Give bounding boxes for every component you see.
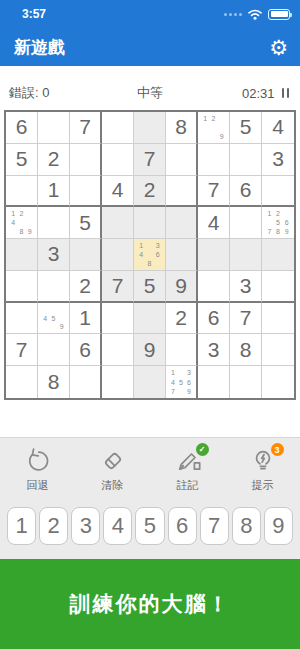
cell-r2c2[interactable]: 2 <box>38 144 70 176</box>
cell-r1c9[interactable]: 4 <box>262 112 294 144</box>
cell-r5c5[interactable]: 13468 <box>134 239 166 271</box>
pause-button[interactable] <box>280 86 292 100</box>
cell-value: 6 <box>240 178 252 202</box>
cell-r6c3[interactable]: 2 <box>70 271 102 303</box>
eraser-icon <box>99 447 127 475</box>
cell-r8c6[interactable] <box>166 334 198 366</box>
cell-value: 8 <box>175 115 187 139</box>
cell-r4c4[interactable] <box>102 207 134 239</box>
sudoku-board: 6781295452731427612489541256789313468275… <box>4 110 296 400</box>
cell-r2c9[interactable]: 3 <box>262 144 294 176</box>
cell-r5c6[interactable] <box>166 239 198 271</box>
cell-r9c6[interactable]: 1345679 <box>166 366 198 398</box>
cell-r3c8[interactable]: 6 <box>230 176 262 208</box>
cell-r3c7[interactable]: 7 <box>198 176 230 208</box>
cell-value: 9 <box>175 274 187 298</box>
cell-r1c2[interactable] <box>38 112 70 144</box>
game-info-bar: 錯誤: 0 中等 02:31 <box>0 66 300 110</box>
cell-value: 4 <box>112 178 124 202</box>
cell-r9c3[interactable] <box>70 366 102 398</box>
cellular-signal-icon <box>224 13 242 16</box>
cell-r7c8[interactable]: 7 <box>230 303 262 335</box>
cell-value: 6 <box>79 338 91 362</box>
cell-value: 8 <box>48 370 60 394</box>
difficulty-label: 中等 <box>103 84 197 102</box>
cell-r7c4[interactable] <box>102 303 134 335</box>
undo-button[interactable]: 回退 <box>0 447 75 493</box>
cell-r3c6[interactable] <box>166 176 198 208</box>
undo-icon <box>24 447 52 475</box>
cell-r1c8[interactable]: 5 <box>230 112 262 144</box>
page-title: 新遊戲 <box>14 36 65 59</box>
cell-value: 5 <box>79 211 91 235</box>
cell-r7c1[interactable] <box>6 303 38 335</box>
spacer <box>0 400 300 437</box>
cell-value: 4 <box>208 211 220 235</box>
cell-r4c7[interactable]: 4 <box>198 207 230 239</box>
clock: 3:57 <box>22 7 46 21</box>
cell-value: 4 <box>272 115 284 139</box>
cell-r8c7[interactable]: 3 <box>198 334 230 366</box>
cell-r5c8[interactable] <box>230 239 262 271</box>
cell-r9c7[interactable] <box>198 366 230 398</box>
cell-r4c8[interactable] <box>230 207 262 239</box>
erase-label: 清除 <box>102 478 124 493</box>
cell-r7c9[interactable] <box>262 303 294 335</box>
cell-r1c5[interactable] <box>134 112 166 144</box>
cell-r8c9[interactable] <box>262 334 294 366</box>
cell-r5c4[interactable] <box>102 239 134 271</box>
cell-r9c8[interactable] <box>230 366 262 398</box>
numpad-6[interactable]: 6 <box>168 507 197 545</box>
timer: 02:31 <box>242 86 275 101</box>
numpad-8[interactable]: 8 <box>232 507 261 545</box>
pencil-marks: 12489 <box>6 207 37 238</box>
cell-value: 5 <box>240 115 252 139</box>
cell-r2c6[interactable] <box>166 144 198 176</box>
hint-bulb-icon: 3 <box>249 447 277 475</box>
cell-r5c3[interactable] <box>70 239 102 271</box>
pencil-marks: 129 <box>198 112 229 143</box>
cell-r7c5[interactable] <box>134 303 166 335</box>
cell-r2c8[interactable] <box>230 144 262 176</box>
cell-r7c2[interactable]: 459 <box>38 303 70 335</box>
cell-r8c3[interactable]: 6 <box>70 334 102 366</box>
cell-r3c3[interactable] <box>70 176 102 208</box>
ad-banner[interactable]: 訓練你的大腦！ <box>0 559 300 649</box>
cell-value: 2 <box>48 147 60 171</box>
battery-icon <box>268 9 290 20</box>
cell-value: 3 <box>272 147 284 171</box>
cell-r1c6[interactable]: 8 <box>166 112 198 144</box>
cell-r2c7[interactable] <box>198 144 230 176</box>
cell-r3c4[interactable]: 4 <box>102 176 134 208</box>
pencil-marks: 459 <box>38 303 69 334</box>
cell-r2c1[interactable]: 5 <box>6 144 38 176</box>
cell-r4c6[interactable] <box>166 207 198 239</box>
cell-r4c1[interactable]: 12489 <box>6 207 38 239</box>
cell-value: 7 <box>144 147 156 171</box>
cell-r1c7[interactable]: 129 <box>198 112 230 144</box>
cell-r2c3[interactable] <box>70 144 102 176</box>
ad-banner-text: 訓練你的大腦！ <box>70 590 231 618</box>
cell-value: 7 <box>240 306 252 330</box>
cell-value: 1 <box>48 178 60 202</box>
cell-r6c5[interactable]: 5 <box>134 271 166 303</box>
mistakes-counter: 錯誤: 0 <box>9 84 103 102</box>
numpad-5[interactable]: 5 <box>135 507 164 545</box>
cell-r7c3[interactable]: 1 <box>70 303 102 335</box>
cell-value: 2 <box>79 274 91 298</box>
cell-value: 5 <box>144 274 156 298</box>
numpad-7[interactable]: 7 <box>200 507 229 545</box>
cell-r4c5[interactable] <box>134 207 166 239</box>
cell-r9c2[interactable]: 8 <box>38 366 70 398</box>
cell-value: 7 <box>16 338 28 362</box>
notes-button[interactable]: ✓ 註記 <box>150 447 225 493</box>
cell-value: 6 <box>208 306 220 330</box>
numpad-1[interactable]: 1 <box>7 507 36 545</box>
notes-on-badge: ✓ <box>196 443 209 456</box>
cell-r3c9[interactable] <box>262 176 294 208</box>
hint-label: 提示 <box>252 478 274 493</box>
cell-r5c2[interactable]: 3 <box>38 239 70 271</box>
cell-r6c1[interactable] <box>6 271 38 303</box>
cell-value: 2 <box>175 306 187 330</box>
cell-r6c8[interactable]: 3 <box>230 271 262 303</box>
title-bar: 新遊戲 ⚙ <box>0 28 300 66</box>
cell-value: 3 <box>240 274 252 298</box>
cell-r6c2[interactable] <box>38 271 70 303</box>
numpad-9[interactable]: 9 <box>264 507 293 545</box>
cell-r9c5[interactable] <box>134 366 166 398</box>
undo-label: 回退 <box>27 478 49 493</box>
cell-r6c6[interactable]: 9 <box>166 271 198 303</box>
cell-r8c2[interactable] <box>38 334 70 366</box>
cell-r5c7[interactable] <box>198 239 230 271</box>
cell-r6c4[interactable]: 7 <box>102 271 134 303</box>
cell-r1c3[interactable]: 7 <box>70 112 102 144</box>
cell-r1c1[interactable]: 6 <box>6 112 38 144</box>
pencil-marks: 13468 <box>134 239 165 270</box>
cell-r9c1[interactable] <box>6 366 38 398</box>
cell-r3c1[interactable] <box>6 176 38 208</box>
pencil-marks: 1256789 <box>262 207 294 238</box>
cell-value: 5 <box>16 147 28 171</box>
cell-r9c4[interactable] <box>102 366 134 398</box>
cell-r1c4[interactable] <box>102 112 134 144</box>
cell-r7c6[interactable]: 2 <box>166 303 198 335</box>
settings-gear-icon[interactable]: ⚙ <box>269 37 288 58</box>
cell-value: 2 <box>144 178 156 202</box>
cell-r4c9[interactable]: 1256789 <box>262 207 294 239</box>
cell-value: 6 <box>16 115 28 139</box>
notes-label: 註記 <box>177 478 199 493</box>
number-pad: 123456789 <box>0 493 300 545</box>
cell-r6c7[interactable] <box>198 271 230 303</box>
cell-r3c2[interactable]: 1 <box>38 176 70 208</box>
wifi-icon <box>247 8 263 20</box>
hint-button[interactable]: 3 提示 <box>225 447 300 493</box>
cell-r5c9[interactable] <box>262 239 294 271</box>
toolbar: 回退 清除 ✓ 註記 <box>0 437 300 559</box>
erase-button[interactable]: 清除 <box>75 447 150 493</box>
cell-value: 3 <box>48 242 60 266</box>
cell-r8c1[interactable]: 7 <box>6 334 38 366</box>
cell-value: 8 <box>240 338 252 362</box>
cell-r6c9[interactable] <box>262 271 294 303</box>
notes-pencil-icon: ✓ <box>174 447 202 475</box>
hint-count-badge: 3 <box>271 443 284 456</box>
cell-r3c5[interactable]: 2 <box>134 176 166 208</box>
cell-r7c7[interactable]: 6 <box>198 303 230 335</box>
status-bar: 3:57 <box>0 0 300 28</box>
pencil-marks: 1345679 <box>166 366 196 398</box>
cell-r8c4[interactable] <box>102 334 134 366</box>
cell-r8c5[interactable]: 9 <box>134 334 166 366</box>
cell-r4c3[interactable]: 5 <box>70 207 102 239</box>
cell-r4c2[interactable] <box>38 207 70 239</box>
cell-value: 1 <box>79 306 91 330</box>
numpad-4[interactable]: 4 <box>103 507 132 545</box>
cell-r9c9[interactable] <box>262 366 294 398</box>
cell-value: 9 <box>144 338 156 362</box>
cell-value: 7 <box>79 115 91 139</box>
cell-r8c8[interactable]: 8 <box>230 334 262 366</box>
cell-r2c4[interactable] <box>102 144 134 176</box>
numpad-2[interactable]: 2 <box>39 507 68 545</box>
cell-r2c5[interactable]: 7 <box>134 144 166 176</box>
cell-value: 7 <box>112 274 124 298</box>
numpad-3[interactable]: 3 <box>71 507 100 545</box>
cell-r5c1[interactable] <box>6 239 38 271</box>
cell-value: 3 <box>208 338 220 362</box>
cell-value: 7 <box>208 178 220 202</box>
